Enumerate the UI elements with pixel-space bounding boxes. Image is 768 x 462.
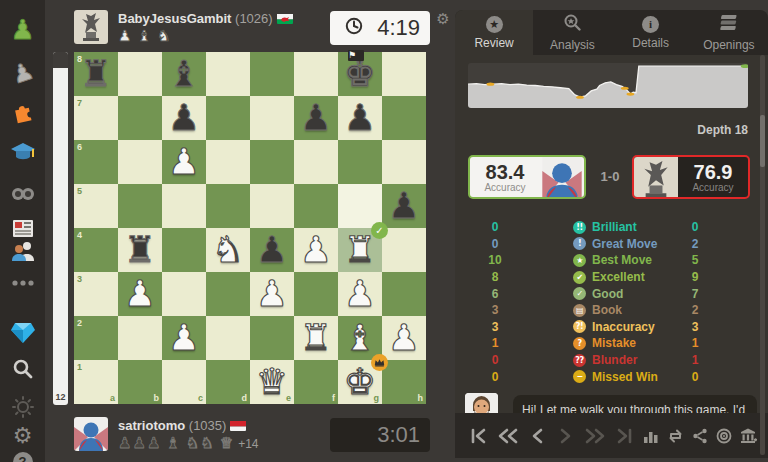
fast-back-button[interactable] bbox=[493, 421, 522, 451]
info-circle-icon: i bbox=[642, 16, 659, 33]
excellent-icon: ✔ bbox=[573, 271, 586, 284]
square-e1[interactable]: e♛ bbox=[250, 360, 294, 404]
classification-row-good[interactable]: 6✓Good7 bbox=[475, 285, 743, 302]
black-count: 0 bbox=[675, 370, 715, 384]
square-h4[interactable] bbox=[382, 228, 426, 272]
go-end-button[interactable] bbox=[610, 421, 639, 451]
engine-depth-label: Depth 18 bbox=[697, 123, 748, 137]
classification-label: Inaccuracy bbox=[592, 320, 655, 334]
file-label-h: h bbox=[418, 393, 424, 403]
great-move-icon: ! bbox=[573, 237, 586, 250]
move-classification-list: 0!!Brilliant00!Great Move210★Best Move58… bbox=[475, 219, 743, 385]
social-icon[interactable] bbox=[0, 234, 45, 268]
white-count: 1 bbox=[475, 336, 515, 350]
watch-icon[interactable] bbox=[0, 177, 45, 211]
square-a7[interactable]: 7 bbox=[74, 96, 118, 140]
classification-row-missed-win[interactable]: 0−Missed Win0 bbox=[475, 368, 743, 385]
file-label-d: d bbox=[242, 393, 248, 403]
library-add-icon[interactable] bbox=[736, 421, 760, 451]
square-d2[interactable] bbox=[206, 316, 250, 360]
white-pawn-f4[interactable]: ♟ bbox=[294, 228, 338, 272]
white-pawn-g3[interactable]: ♟ bbox=[338, 272, 382, 316]
white-knight-d4[interactable]: ♞ bbox=[206, 228, 250, 272]
square-c3[interactable] bbox=[162, 272, 206, 316]
go-start-button[interactable] bbox=[464, 421, 493, 451]
square-a2[interactable]: 2 bbox=[74, 316, 118, 360]
classification-row-brilliant[interactable]: 0!!Brilliant0 bbox=[475, 219, 743, 236]
bottom-player-clock: 3:01 bbox=[330, 418, 430, 452]
classification-label: Missed Win bbox=[592, 370, 658, 384]
bottom-player-rating: (1035) bbox=[189, 418, 227, 433]
brilliant-icon: !! bbox=[573, 221, 586, 234]
black-pawn-g7[interactable]: ♟ bbox=[338, 96, 382, 140]
classification-row-blunder[interactable]: 0??Blunder1 bbox=[475, 352, 743, 369]
help-icon[interactable]: ? bbox=[0, 445, 45, 462]
square-e2[interactable] bbox=[250, 316, 294, 360]
rank-label-3: 3 bbox=[77, 274, 82, 284]
game-review-panel: ★ Review Analysis i Details Openings Dep… bbox=[455, 10, 768, 458]
rank-label-7: 7 bbox=[77, 98, 82, 108]
magnifier-star-icon bbox=[563, 13, 581, 35]
square-f6[interactable] bbox=[294, 140, 338, 184]
white-rook-f2[interactable]: ♜ bbox=[294, 316, 338, 360]
white-accuracy-card: 83.4 Accuracy bbox=[468, 155, 586, 199]
square-b2[interactable] bbox=[118, 316, 162, 360]
square-g3[interactable]: ♟ bbox=[338, 272, 382, 316]
white-pawn-c2[interactable]: ♟ bbox=[162, 316, 206, 360]
evaluation-bar: 12 bbox=[53, 52, 68, 405]
square-h7[interactable] bbox=[382, 96, 426, 140]
white-count: 0 bbox=[475, 353, 515, 367]
white-pawn-b3[interactable]: ♟ bbox=[118, 272, 162, 316]
bottom-player-bar: satriotomo (1035) ♟♟♟♝♞♞♛+14 3:01 bbox=[74, 417, 430, 455]
square-c2[interactable]: ♟ bbox=[162, 316, 206, 360]
missed-win-icon: − bbox=[573, 370, 586, 383]
top-player-avatar[interactable] bbox=[74, 10, 108, 44]
square-f3[interactable] bbox=[294, 272, 338, 316]
wales-flag-icon bbox=[277, 13, 293, 24]
top-player-bar: BabyJesusGambit (1026) ♟♝♞ 4:19 bbox=[74, 10, 430, 48]
white-pawn-e3[interactable]: ♟ bbox=[250, 272, 294, 316]
square-b3[interactable]: ♟ bbox=[118, 272, 162, 316]
fast-forward-button[interactable] bbox=[581, 421, 610, 451]
square-a5[interactable]: 5 bbox=[74, 184, 118, 228]
black-bishop-c8[interactable]: ♝ bbox=[162, 52, 206, 96]
black-pawn-e4[interactable]: ♟ bbox=[250, 228, 294, 272]
file-label-b: b bbox=[154, 393, 160, 403]
bottom-player-captured-pieces: ♟♟♟♝♞♞♛+14 bbox=[118, 434, 259, 452]
white-count: 0 bbox=[475, 370, 515, 384]
square-h2[interactable]: ♟ bbox=[382, 316, 426, 360]
classification-label: Great Move bbox=[592, 237, 657, 251]
bottom-player-name[interactable]: satriotomo (1035) bbox=[118, 418, 246, 433]
tab-analysis[interactable]: Analysis bbox=[533, 10, 611, 55]
blunder-icon: ?? bbox=[573, 354, 586, 367]
inaccuracy-icon: ?! bbox=[573, 320, 586, 333]
tab-openings[interactable]: Openings bbox=[690, 10, 768, 55]
square-d8[interactable] bbox=[206, 52, 250, 96]
square-f8[interactable] bbox=[294, 52, 338, 96]
file-label-e: e bbox=[286, 393, 291, 403]
square-a8[interactable]: 8♜ bbox=[74, 52, 118, 96]
square-b4[interactable]: ♜ bbox=[118, 228, 162, 272]
white-pawn-h2[interactable]: ♟ bbox=[382, 316, 426, 360]
indonesia-flag-icon bbox=[230, 420, 246, 431]
rank-label-6: 6 bbox=[77, 142, 82, 152]
white-accuracy-value: 83.4 bbox=[486, 162, 525, 182]
classification-row-book[interactable]: 3▤Book2 bbox=[475, 302, 743, 319]
classification-row-great-move[interactable]: 0!Great Move2 bbox=[475, 236, 743, 253]
star-circle-icon: ★ bbox=[486, 16, 503, 33]
square-a6[interactable]: 6 bbox=[74, 140, 118, 184]
file-label-f: f bbox=[332, 393, 335, 403]
playback-controls bbox=[455, 413, 768, 458]
rank-label-2: 2 bbox=[77, 318, 82, 328]
square-c1[interactable]: c bbox=[162, 360, 206, 404]
classification-label: Best Move bbox=[592, 253, 652, 267]
rank-label-4: 4 bbox=[77, 230, 82, 240]
play-icon[interactable]: ♟ bbox=[0, 12, 45, 46]
square-d7[interactable] bbox=[206, 96, 250, 140]
black-count: 2 bbox=[675, 303, 715, 317]
white-count: 3 bbox=[475, 303, 515, 317]
black-count: 3 bbox=[675, 320, 715, 334]
file-label-a: a bbox=[110, 393, 115, 403]
square-g6[interactable] bbox=[338, 140, 382, 184]
evalbar-score: 12 bbox=[53, 392, 68, 402]
play-vs-computer-icon[interactable]: ♟ bbox=[0, 56, 45, 90]
white-count: 8 bbox=[475, 270, 515, 284]
game-result: 1-0 bbox=[591, 169, 629, 184]
square-e6[interactable] bbox=[250, 140, 294, 184]
square-h3[interactable] bbox=[382, 272, 426, 316]
evalbar-black-portion bbox=[53, 52, 68, 68]
black-accuracy-value: 76.9 bbox=[694, 162, 733, 182]
panel-scrollbar[interactable] bbox=[760, 55, 765, 455]
good-icon: ✓ bbox=[573, 287, 586, 300]
square-h1[interactable]: h bbox=[382, 360, 426, 404]
top-player-clock: 4:19 bbox=[330, 11, 430, 45]
black-count: 5 bbox=[675, 253, 715, 267]
square-g4[interactable]: ♜✓ bbox=[338, 228, 382, 272]
square-h6[interactable] bbox=[382, 140, 426, 184]
best-move-icon: ★ bbox=[573, 254, 586, 267]
white-count: 10 bbox=[475, 253, 515, 267]
board-settings-gear-icon[interactable]: ⚙ bbox=[434, 10, 452, 28]
black-count: 9 bbox=[675, 270, 715, 284]
black-rook-b4[interactable]: ♜ bbox=[118, 228, 162, 272]
square-c5[interactable] bbox=[162, 184, 206, 228]
flag-badge-g8: ⚑ bbox=[348, 50, 364, 61]
square-b5[interactable] bbox=[118, 184, 162, 228]
square-d5[interactable] bbox=[206, 184, 250, 228]
square-f2[interactable]: ♜ bbox=[294, 316, 338, 360]
classification-label: Brilliant bbox=[592, 220, 637, 234]
classification-row-excellent[interactable]: 8✔Excellent9 bbox=[475, 269, 743, 286]
black-count: 1 bbox=[675, 353, 715, 367]
white-accuracy-label: Accuracy bbox=[484, 182, 525, 193]
classification-row-best-move[interactable]: 10★Best Move5 bbox=[475, 252, 743, 269]
top-player-rating: (1026) bbox=[235, 11, 273, 26]
retry-icon[interactable] bbox=[663, 421, 687, 451]
classification-label: Good bbox=[592, 287, 623, 301]
white-count: 0 bbox=[475, 237, 515, 251]
square-h5[interactable]: ♟ bbox=[382, 184, 426, 228]
focus-target-icon[interactable] bbox=[712, 421, 736, 451]
mistake-icon: ? bbox=[573, 337, 586, 350]
chess-board[interactable]: 8♜♝♚⚑7♟♟♟6♟5♟4♜♞♟♟♜✓3♟♟♟2♟♜♝♟1abcde♛fg♚h bbox=[74, 52, 426, 404]
black-pawn-f7[interactable]: ♟ bbox=[294, 96, 338, 140]
tab-review[interactable]: ★ Review bbox=[455, 10, 533, 55]
square-b7[interactable] bbox=[118, 96, 162, 140]
square-b6[interactable] bbox=[118, 140, 162, 184]
file-label-g: g bbox=[374, 393, 380, 403]
square-f5[interactable] bbox=[294, 184, 338, 228]
square-c8[interactable]: ♝ bbox=[162, 52, 206, 96]
classification-label: Mistake bbox=[592, 336, 636, 350]
classification-row-mistake[interactable]: 1?Mistake1 bbox=[475, 335, 743, 352]
puzzles-icon[interactable] bbox=[0, 95, 45, 129]
black-count: 1 bbox=[675, 336, 715, 350]
square-a1[interactable]: 1a bbox=[74, 360, 118, 404]
white-count: 0 bbox=[475, 220, 515, 234]
white-bishop-g2[interactable]: ♝ bbox=[338, 316, 382, 360]
classification-label: Book bbox=[592, 303, 622, 317]
square-g7[interactable]: ♟ bbox=[338, 96, 382, 140]
black-player-avatar-small bbox=[634, 157, 678, 197]
tab-details[interactable]: i Details bbox=[612, 10, 690, 55]
square-h8[interactable] bbox=[382, 52, 426, 96]
best-badge-g4: ✓ bbox=[371, 222, 388, 239]
square-a4[interactable]: 4 bbox=[74, 228, 118, 272]
white-count: 6 bbox=[475, 287, 515, 301]
forward-button[interactable] bbox=[552, 421, 581, 451]
bottom-player-avatar[interactable] bbox=[74, 417, 108, 451]
crown-badge-g1 bbox=[371, 354, 388, 371]
top-clock-time: 4:19 bbox=[377, 15, 420, 41]
square-d4[interactable]: ♞ bbox=[206, 228, 250, 272]
summary-chart-icon[interactable] bbox=[639, 421, 663, 451]
rank-label-5: 5 bbox=[77, 186, 82, 196]
app-sidebar: ♟ ♟ ⚙ ? bbox=[0, 0, 45, 462]
scrollbar-thumb[interactable] bbox=[760, 115, 765, 167]
black-accuracy-label: Accuracy bbox=[692, 182, 733, 193]
square-c6[interactable]: ♟ bbox=[162, 140, 206, 184]
classification-row-inaccuracy[interactable]: 3?!Inaccuracy3 bbox=[475, 319, 743, 336]
black-count: 2 bbox=[675, 237, 715, 251]
rank-label-8: 8 bbox=[77, 54, 82, 64]
square-c7[interactable]: ♟ bbox=[162, 96, 206, 140]
square-f1[interactable]: f bbox=[294, 360, 338, 404]
square-d1[interactable]: d bbox=[206, 360, 250, 404]
book-icon: ▤ bbox=[573, 304, 586, 317]
white-player-avatar-small bbox=[540, 157, 584, 197]
square-b8[interactable] bbox=[118, 52, 162, 96]
classification-label: Excellent bbox=[592, 270, 645, 284]
square-f4[interactable]: ♟ bbox=[294, 228, 338, 272]
books-icon bbox=[719, 14, 739, 35]
classification-label: Blunder bbox=[592, 353, 637, 367]
square-f7[interactable]: ♟ bbox=[294, 96, 338, 140]
black-count: 7 bbox=[675, 287, 715, 301]
black-pawn-h5[interactable]: ♟ bbox=[382, 184, 426, 228]
review-tab-content: Depth 18 83.4 Accuracy 1-0 76.9 Accuracy… bbox=[455, 55, 768, 413]
square-g1[interactable]: g♚ bbox=[338, 360, 382, 404]
premium-diamond-icon[interactable] bbox=[0, 316, 45, 350]
square-g5[interactable] bbox=[338, 184, 382, 228]
square-e5[interactable] bbox=[250, 184, 294, 228]
evaluation-graph[interactable] bbox=[468, 63, 748, 108]
square-e3[interactable]: ♟ bbox=[250, 272, 294, 316]
clock-icon bbox=[345, 15, 363, 41]
white-count: 3 bbox=[475, 320, 515, 334]
file-label-c: c bbox=[198, 393, 203, 403]
top-player-captured-pieces: ♟♝♞ bbox=[118, 27, 171, 45]
square-e7[interactable] bbox=[250, 96, 294, 140]
share-icon[interactable] bbox=[687, 421, 711, 451]
square-b1[interactable]: b bbox=[118, 360, 162, 404]
black-count: 0 bbox=[675, 220, 715, 234]
square-e4[interactable]: ♟ bbox=[250, 228, 294, 272]
panel-tabs: ★ Review Analysis i Details Openings bbox=[455, 10, 768, 55]
square-d6[interactable] bbox=[206, 140, 250, 184]
bottom-clock-time: 3:01 bbox=[377, 422, 420, 448]
white-pawn-c6[interactable]: ♟ bbox=[162, 140, 206, 184]
square-d3[interactable] bbox=[206, 272, 250, 316]
learn-icon[interactable] bbox=[0, 135, 45, 169]
black-accuracy-card: 76.9 Accuracy bbox=[632, 155, 750, 199]
square-e8[interactable] bbox=[250, 52, 294, 96]
top-player-name[interactable]: BabyJesusGambit (1026) bbox=[118, 11, 293, 26]
rank-label-1: 1 bbox=[77, 362, 82, 372]
back-button[interactable] bbox=[522, 421, 551, 451]
black-pawn-c7[interactable]: ♟ bbox=[162, 96, 206, 140]
more-icon[interactable] bbox=[0, 266, 45, 300]
square-g2[interactable]: ♝ bbox=[338, 316, 382, 360]
square-g8[interactable]: ♚⚑ bbox=[338, 52, 382, 96]
search-icon[interactable] bbox=[0, 352, 45, 386]
square-c4[interactable] bbox=[162, 228, 206, 272]
square-a3[interactable]: 3 bbox=[74, 272, 118, 316]
